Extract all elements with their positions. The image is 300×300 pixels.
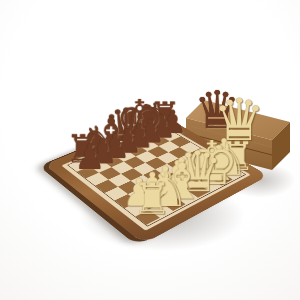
chess-piece-black-rook: ♜ <box>66 130 82 168</box>
chess-piece-black-king: ♚ <box>115 93 130 147</box>
chess-piece-black-queen: ♛ <box>103 102 118 152</box>
chess-piece-black-rook: ♜ <box>149 98 163 133</box>
chess-piece-black-knight: ♞ <box>138 98 152 137</box>
chess-piece-black-pawn: ♟ <box>100 130 115 164</box>
extra-light-queen: ♛ <box>209 91 269 149</box>
chess-piece-black-bishop: ♝ <box>127 99 142 142</box>
chess-piece-black-knight: ♞ <box>78 121 93 163</box>
square-d1: ♛ <box>174 190 197 204</box>
chess-set-photo: ♛ ♛ ♜♟♟♜♞♟♟♞♝♟♟♝♚♟♟♚♛♟♟♛♝♟♟♝♞♟♟♞♜♟♟♜ <box>0 0 300 300</box>
square-a8: ♜ <box>68 160 90 172</box>
chess-piece-black-bishop: ♝ <box>91 113 106 158</box>
